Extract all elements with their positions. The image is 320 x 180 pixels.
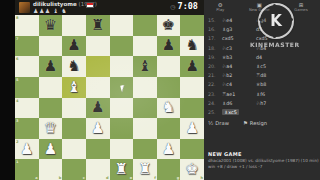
white-move[interactable]: ♗g3 <box>222 27 256 32</box>
black-queen-b8[interactable]: ♛ <box>39 15 63 36</box>
move-number: 24. <box>208 101 222 106</box>
square-h2[interactable] <box>180 139 204 160</box>
rank-coordinate-5: 5 <box>16 78 19 82</box>
white-move[interactable]: ♘c3 <box>222 46 256 51</box>
black-rook-d8[interactable]: ♜ <box>86 15 110 36</box>
square-c3[interactable] <box>62 118 86 139</box>
square-f5[interactable] <box>133 77 157 98</box>
white-move[interactable]: ♘c4 <box>222 82 256 87</box>
square-e4[interactable] <box>110 98 134 119</box>
captured-pieces: ♟♟♟ ♝ ♞ <box>33 7 67 14</box>
square-f6[interactable]: ♝ <box>133 56 157 77</box>
resign-label: Resign <box>250 120 267 126</box>
country-flag-icon <box>86 2 94 8</box>
white-pawn-b2[interactable]: ♟ <box>39 139 63 160</box>
move-row: 19.♕b3d4 <box>208 53 316 62</box>
white-move[interactable]: ♕b3 <box>222 55 256 60</box>
move-row: 20.♘a4♗c5 <box>208 62 316 71</box>
white-move[interactable]: ♘e4 <box>222 18 256 23</box>
square-g5[interactable] <box>157 77 181 98</box>
square-c5[interactable]: ♝ <box>62 77 86 98</box>
white-knight-g4[interactable]: ♞ <box>157 98 181 119</box>
square-d5[interactable] <box>86 77 110 98</box>
file-coordinate-c: c <box>83 176 85 180</box>
black-pawn-d4[interactable]: ♟ <box>86 98 110 119</box>
square-b8[interactable]: ♛ <box>39 15 63 36</box>
move-row: 16.♗g3d5 <box>208 25 316 34</box>
white-rook-f1[interactable]: ♜ <box>133 159 157 180</box>
square-d2[interactable] <box>86 139 110 160</box>
move-number: 25. <box>208 110 222 115</box>
white-bishop-c5[interactable]: ♝ <box>62 77 86 98</box>
black-knight-c6[interactable]: ♞ <box>62 56 86 77</box>
black-move[interactable]: ♘g4 <box>256 18 290 23</box>
move-row: 17.cxd5cxd5 <box>208 34 316 43</box>
panel-toolbar: ⚙ Play ▣ New Game ⊞ Games <box>204 0 320 14</box>
new-game-rating-change: win +8 / draw +1 / loss -7 <box>208 164 318 169</box>
white-move[interactable]: cxd5 <box>222 36 256 41</box>
black-move[interactable]: ♘h7 <box>256 101 290 106</box>
opponent-clock: 7:08 <box>178 1 198 11</box>
black-knight-h7[interactable]: ♞ <box>180 36 204 57</box>
move-row: 21.♘b2♖d8 <box>208 71 316 80</box>
rank-coordinate-3: 3 <box>16 119 19 123</box>
square-e5[interactable] <box>110 77 134 98</box>
white-king-h1[interactable]: ♚ <box>180 159 204 180</box>
black-move[interactable]: cxd5 <box>256 36 290 41</box>
black-move[interactable]: ♘b4 <box>256 46 290 51</box>
square-f2[interactable] <box>133 139 157 160</box>
resign-button[interactable]: ⚑ Resign <box>243 120 267 126</box>
square-g2[interactable]: ♟ <box>157 139 181 160</box>
clock-icon: ◷ <box>170 3 175 10</box>
move-number: 19. <box>208 55 222 60</box>
rank-coordinate-7: 7 <box>16 37 19 41</box>
black-pawn-g7[interactable]: ♟ <box>157 36 181 57</box>
move-row: 22.♘c4♕b8 <box>208 80 316 89</box>
new-game-title: NEW GAME <box>208 151 318 157</box>
toolbar-new-game-button[interactable]: ▣ New Game <box>249 2 270 12</box>
white-rook-e1[interactable]: ♜ <box>110 159 134 180</box>
new-game-info: NEW GAME dhaca2001 (1008) vs. dilikulist… <box>208 151 318 169</box>
side-panel: ⚙ Play ▣ New Game ⊞ Games 15.♘e4♘g416.♗g… <box>204 0 320 180</box>
square-f7[interactable] <box>133 36 157 57</box>
toolbar-games-button[interactable]: ⊞ Games <box>294 2 307 12</box>
black-pawn-b6[interactable]: ♟ <box>39 56 63 77</box>
square-a2[interactable]: 2♟ <box>15 139 39 160</box>
move-row: 25.♗xc5 <box>208 108 316 117</box>
white-pawn-h3[interactable]: ♟ <box>180 118 204 139</box>
move-number: 21. <box>208 73 222 78</box>
square-a7[interactable]: 7 <box>15 36 39 57</box>
move-row: 23.♖ae1♗f6 <box>208 90 316 99</box>
rank-coordinate-4: 4 <box>16 99 19 103</box>
square-f8[interactable] <box>133 15 157 36</box>
square-c2[interactable] <box>62 139 86 160</box>
square-h6[interactable]: ♟ <box>180 56 204 77</box>
black-bishop-f6[interactable]: ♝ <box>133 56 157 77</box>
file-coordinate-a: a <box>35 176 37 180</box>
white-move[interactable]: ♗d6 <box>222 101 256 106</box>
square-h1[interactable]: h♚ <box>180 159 204 180</box>
black-move[interactable]: ♕b8 <box>256 82 290 87</box>
black-move[interactable]: ♗f6 <box>256 92 290 97</box>
square-e3[interactable] <box>110 118 134 139</box>
square-b4[interactable] <box>39 98 63 119</box>
toolbar-play-button[interactable]: ⚙ Play <box>216 2 224 12</box>
black-move[interactable]: ♖d8 <box>256 73 290 78</box>
move-number: 15. <box>208 18 222 23</box>
white-move[interactable]: ♗xc5 <box>222 109 239 115</box>
white-queen-b3[interactable]: ♛ <box>39 118 63 139</box>
app-screen: ◷ 7:08 dilikulistyome (1987) ♟♟♟ ♝ ♞ 8♛♜… <box>0 0 320 180</box>
white-pawn-g2[interactable]: ♟ <box>157 139 181 160</box>
square-d6[interactable] <box>86 56 110 77</box>
move-row: 24.♗d6♘h7 <box>208 99 316 108</box>
black-move[interactable]: d5 <box>256 27 290 32</box>
square-c8[interactable] <box>62 15 86 36</box>
rank-coordinate-8: 8 <box>16 16 19 20</box>
square-f1[interactable]: f♜ <box>133 159 157 180</box>
square-a6[interactable]: 6 <box>15 56 39 77</box>
toolbar-play-label: Play <box>216 8 224 12</box>
square-h4[interactable] <box>180 98 204 119</box>
square-a3[interactable]: 3 <box>15 118 39 139</box>
black-pawn-h6[interactable]: ♟ <box>180 56 204 77</box>
white-pawn-a2[interactable]: ♟ <box>15 139 39 160</box>
game-actions: ½ Draw ⚑ Resign <box>208 118 316 128</box>
square-d3[interactable]: ♟ <box>86 118 110 139</box>
black-pawn-c7[interactable]: ♟ <box>62 36 86 57</box>
square-c1[interactable]: c <box>62 159 86 180</box>
square-b5[interactable] <box>39 77 63 98</box>
rank-coordinate-6: 6 <box>16 57 19 61</box>
file-coordinate-d: d <box>106 176 109 180</box>
square-g1[interactable]: g <box>157 159 181 180</box>
toolbar-new-game-label: New Game <box>249 8 270 12</box>
draw-label: Draw <box>215 120 229 126</box>
square-a4[interactable]: 4 <box>15 98 39 119</box>
square-b3[interactable]: ♛ <box>39 118 63 139</box>
chess-board[interactable]: 8♛♜♚7♟♟♞6♟♞♝♟5♝4♟♞3♛♟♟2♟♟♟1abcde♜f♜gh♚ <box>15 15 204 180</box>
move-number: 18. <box>208 46 222 51</box>
square-f4[interactable] <box>133 98 157 119</box>
square-d1[interactable]: d <box>86 159 110 180</box>
left-black-bar <box>0 0 15 180</box>
opponent-clock-wrap: ◷ 7:08 <box>170 1 198 11</box>
square-d7[interactable] <box>86 36 110 57</box>
square-e7[interactable] <box>110 36 134 57</box>
square-g8[interactable]: ♚ <box>157 15 181 36</box>
move-number: 16. <box>208 27 222 32</box>
black-king-g8[interactable]: ♚ <box>157 15 181 36</box>
toolbar-games-label: Games <box>294 8 307 12</box>
square-e8[interactable] <box>110 15 134 36</box>
new-game-players: dhaca2001 (1008) vs. dilikulistyome (198… <box>208 158 318 163</box>
resign-flag-icon: ⚑ <box>243 120 248 126</box>
move-number: 20. <box>208 64 222 69</box>
square-c4[interactable] <box>62 98 86 119</box>
square-d4[interactable]: ♟ <box>86 98 110 119</box>
move-number: 17. <box>208 36 222 41</box>
square-h7[interactable]: ♞ <box>180 36 204 57</box>
square-e2[interactable] <box>110 139 134 160</box>
rank-coordinate-1: 1 <box>16 160 19 164</box>
file-coordinate-g: g <box>177 176 180 180</box>
square-g6[interactable] <box>157 56 181 77</box>
square-f3[interactable] <box>133 118 157 139</box>
square-b1[interactable]: b <box>39 159 63 180</box>
black-move[interactable]: d4 <box>256 55 290 60</box>
black-move[interactable]: ♗c5 <box>256 64 290 69</box>
square-h3[interactable]: ♟ <box>180 118 204 139</box>
square-g4[interactable]: ♞ <box>157 98 181 119</box>
move-number: 23. <box>208 92 222 97</box>
white-move[interactable]: ♖ae1 <box>222 92 256 97</box>
move-number: 22. <box>208 82 222 87</box>
white-move[interactable]: ♘a4 <box>222 64 256 69</box>
square-d8[interactable]: ♜ <box>86 15 110 36</box>
square-h8[interactable] <box>180 15 204 36</box>
square-e6[interactable] <box>110 56 134 77</box>
square-a8[interactable]: 8 <box>15 15 39 36</box>
square-e1[interactable]: e♜ <box>110 159 134 180</box>
half-point-icon: ½ <box>208 120 213 126</box>
square-b7[interactable] <box>39 36 63 57</box>
white-pawn-d3[interactable]: ♟ <box>86 118 110 139</box>
square-b2[interactable]: ♟ <box>39 139 63 160</box>
move-list: 15.♘e4♘g416.♗g3d517.cxd5cxd518.♘c3♘b419.… <box>208 16 316 117</box>
draw-button[interactable]: ½ Draw <box>208 120 229 126</box>
square-g3[interactable] <box>157 118 181 139</box>
square-h5[interactable] <box>180 77 204 98</box>
move-row: 18.♘c3♘b4 <box>208 44 316 53</box>
avatar <box>19 2 30 13</box>
white-move[interactable]: ♘b2 <box>222 73 256 78</box>
square-b6[interactable]: ♟ <box>39 56 63 77</box>
square-a1[interactable]: 1a <box>15 159 39 180</box>
square-c7[interactable]: ♟ <box>62 36 86 57</box>
move-row: 15.♘e4♘g4 <box>208 16 316 25</box>
square-c6[interactable]: ♞ <box>62 56 86 77</box>
file-coordinate-b: b <box>59 176 62 180</box>
square-a5[interactable]: 5 <box>15 77 39 98</box>
square-g7[interactable]: ♟ <box>157 36 181 57</box>
